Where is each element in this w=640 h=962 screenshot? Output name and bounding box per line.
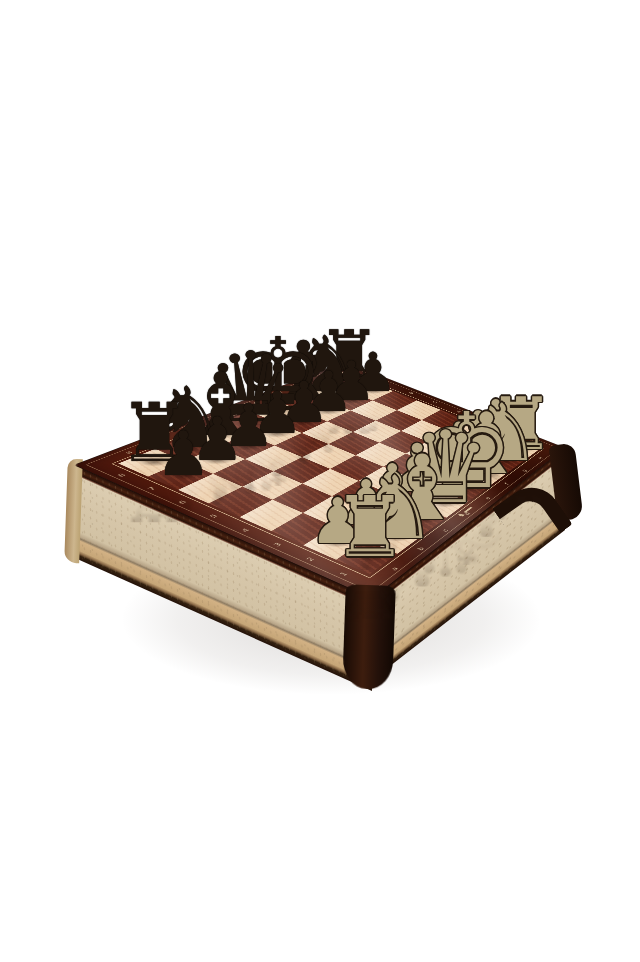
rank-label-left-6: 6 [176,499,188,504]
rank-label-right-2: 2 [503,429,511,433]
rank-label-right-3: 3 [479,419,487,422]
box-corner-bracket-front [342,584,396,690]
file-label-top-c: c [192,423,202,427]
rank-label-left-3: 3 [271,541,283,547]
rank-label-right-5: 5 [431,400,439,403]
rank-label-left-2: 2 [304,556,316,562]
rank-label-right-7: 7 [383,382,391,385]
product-photo-stage: 88aa77bb66cc55dd44ee33ff22gg11hh ♞ ♜♜♞♞♝… [0,0,640,962]
file-label-bottom-e: e [483,496,492,501]
rank-label-right-1: 1 [528,439,536,443]
file-label-top-g: g [301,381,309,384]
file-label-top-h: h [324,372,332,375]
file-label-bottom-f: f [502,482,510,486]
file-label-bottom-h: h [536,456,544,460]
file-label-top-f: f [277,391,284,394]
file-label-top-b: b [158,436,169,440]
file-label-top-d: d [222,412,232,416]
rank-label-left-7: 7 [145,486,157,491]
rank-label-left-4: 4 [239,527,251,533]
rank-label-left-5: 5 [207,513,219,519]
file-label-bottom-b: b [415,546,425,552]
rank-label-right-8: 8 [360,373,368,376]
rank-label-right-6: 6 [407,391,415,394]
file-label-bottom-c: c [440,528,450,533]
file-label-bottom-g: g [520,468,528,472]
brand-wordmark [463,507,472,513]
file-label-bottom-a: a [388,565,399,571]
rank-label-right-4: 4 [455,410,463,413]
rank-label-left-1: 1 [337,571,349,577]
file-label-top-a: a [123,450,134,455]
rank-label-left-8: 8 [115,472,127,477]
file-label-top-e: e [250,401,259,405]
